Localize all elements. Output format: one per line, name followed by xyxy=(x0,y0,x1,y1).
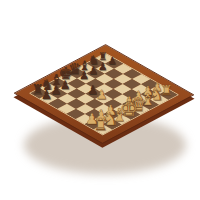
chess-set-product-photo: ♜♞♝♛♚♝♞♜♟♟♟♟♟♟♟♟♟♟♟♟♟♟♟♟♜♞♝♛♚♝♞♜ xyxy=(0,0,200,200)
